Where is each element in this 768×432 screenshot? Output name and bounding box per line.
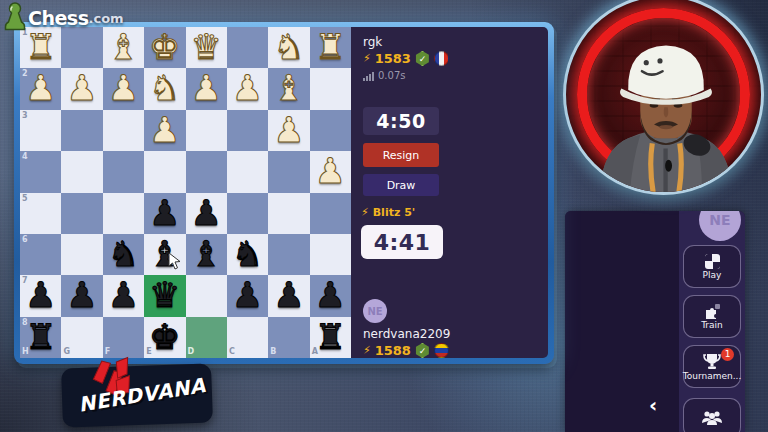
black-pawn: ♟	[268, 275, 309, 316]
black-bishop: ♝	[144, 234, 185, 275]
player-rating: 1588	[375, 343, 411, 358]
opponent-rating-row: ⚡ 1583 ✓	[363, 51, 449, 66]
square-f5[interactable]	[103, 193, 144, 234]
square-d4[interactable]	[186, 151, 227, 192]
square-d6[interactable]: ♝	[186, 234, 227, 275]
chesscom-logo: Chess.com	[2, 1, 124, 31]
white-bishop: ♝	[268, 68, 309, 109]
game-window: 1♜♝♚♛♞♜2♟♟♟♞♟♟♝3♟♟4♟5♟♟6♞♝♝♞7♟♟♟♛♟♟♟8H♜G…	[14, 22, 554, 364]
nerdvana-logo: NERDVANA	[61, 363, 213, 427]
square-b3[interactable]: ♟	[268, 110, 309, 151]
play-label: Play	[703, 271, 722, 280]
square-b4[interactable]	[268, 151, 309, 192]
game-side-panel: rgk ⚡ 1583 ✓ 0.07s 4:50 Resign Draw ⚡ Bl…	[351, 27, 548, 358]
player-rating-row: ⚡ 1588 ✓	[363, 343, 449, 358]
square-c1[interactable]	[227, 27, 268, 68]
france-flag-icon	[434, 51, 449, 66]
square-b5[interactable]	[268, 193, 309, 234]
rank-label: 4	[22, 153, 28, 161]
square-a6[interactable]	[310, 234, 351, 275]
square-e7[interactable]: ♛	[144, 275, 185, 316]
tournaments-button[interactable]: Tournamen... 1	[683, 345, 741, 388]
file-label: B	[270, 348, 276, 356]
rank-label: 6	[22, 236, 28, 244]
square-e6[interactable]: ♝	[144, 234, 185, 275]
square-h1[interactable]: 1♜	[20, 27, 61, 68]
file-label: E	[146, 348, 151, 356]
black-pawn: ♟	[227, 275, 268, 316]
square-e2[interactable]: ♞	[144, 68, 185, 109]
mobile-screen	[565, 211, 679, 432]
webcam	[563, 0, 764, 195]
white-king: ♚	[144, 27, 185, 68]
square-e5[interactable]: ♟	[144, 193, 185, 234]
square-a1[interactable]: ♜	[310, 27, 351, 68]
white-pawn: ♟	[268, 110, 309, 151]
train-button[interactable]: Train	[683, 295, 741, 338]
rank-label: 8	[22, 319, 28, 327]
white-pawn: ♟	[144, 110, 185, 151]
black-bishop: ♝	[186, 234, 227, 275]
green-pawn-icon	[2, 1, 28, 31]
square-g3[interactable]	[61, 110, 102, 151]
square-f1[interactable]: ♝	[103, 27, 144, 68]
black-pawn: ♟	[103, 275, 144, 316]
streamer-portrait	[580, 18, 752, 194]
square-b7[interactable]: ♟	[268, 275, 309, 316]
social-button[interactable]	[683, 398, 741, 432]
white-queen: ♛	[186, 27, 227, 68]
black-queen: ♛	[144, 275, 185, 316]
white-pawn: ♟	[227, 68, 268, 109]
square-e4[interactable]	[144, 151, 185, 192]
square-f3[interactable]	[103, 110, 144, 151]
square-d7[interactable]	[186, 275, 227, 316]
square-a5[interactable]	[310, 193, 351, 234]
square-a2[interactable]	[310, 68, 351, 109]
play-button[interactable]: Play	[683, 245, 741, 288]
square-f7[interactable]: ♟	[103, 275, 144, 316]
game-mode-row: ⚡ Blitz 5'	[361, 206, 415, 219]
square-d3[interactable]	[186, 110, 227, 151]
square-h2[interactable]: 2♟	[20, 68, 61, 109]
square-e8[interactable]: E♚	[144, 317, 185, 358]
opponent-rating: 1583	[375, 51, 411, 66]
square-c5[interactable]	[227, 193, 268, 234]
square-h3[interactable]: 3	[20, 110, 61, 151]
rank-label: 2	[22, 70, 28, 78]
square-h7[interactable]: 7♟	[20, 275, 61, 316]
square-b2[interactable]: ♝	[268, 68, 309, 109]
square-h5[interactable]: 5	[20, 193, 61, 234]
white-knight: ♞	[144, 68, 185, 109]
square-g8[interactable]: G	[61, 317, 102, 358]
white-pawn: ♟	[103, 68, 144, 109]
chesscom-logo-suffix: .com	[88, 7, 123, 31]
square-d8[interactable]: D	[186, 317, 227, 358]
white-pawn: ♟	[61, 68, 102, 109]
board-icon	[705, 254, 720, 269]
white-rook: ♜	[310, 27, 351, 68]
square-d1[interactable]: ♛	[186, 27, 227, 68]
square-g7[interactable]: ♟	[61, 275, 102, 316]
player-clock: 4:41	[361, 225, 443, 259]
square-a4[interactable]: ♟	[310, 151, 351, 192]
chesscom-logo-text: Chess	[28, 5, 88, 31]
rank-label: 5	[22, 195, 28, 203]
mobile-app-panel: NE Play Train Tournamen... 1 ‹	[565, 211, 745, 432]
square-c3[interactable]	[227, 110, 268, 151]
signal-bars-icon	[363, 72, 374, 81]
file-label: A	[312, 348, 318, 356]
square-h4[interactable]: 4	[20, 151, 61, 192]
venezuela-flag-icon	[434, 343, 449, 358]
square-a8[interactable]: A♜	[310, 317, 351, 358]
black-knight: ♞	[103, 234, 144, 275]
board-area: 1♜♝♚♛♞♜2♟♟♟♞♟♟♝3♟♟4♟5♟♟6♞♝♝♞7♟♟♟♛♟♟♟8H♜G…	[20, 27, 351, 358]
player-avatar: NE	[363, 299, 387, 323]
square-a7[interactable]: ♟	[310, 275, 351, 316]
square-f2[interactable]: ♟	[103, 68, 144, 109]
blitz-icon: ⚡	[363, 344, 371, 357]
draw-button[interactable]: Draw	[363, 174, 439, 196]
file-label: D	[188, 348, 195, 356]
verified-badge-icon: ✓	[415, 343, 430, 358]
square-d5[interactable]: ♟	[186, 193, 227, 234]
black-pawn: ♟	[186, 193, 227, 234]
opponent-latency-row: 0.07s	[363, 71, 405, 81]
blitz-icon: ⚡	[361, 206, 369, 219]
square-d2[interactable]: ♟	[186, 68, 227, 109]
opponent-clock: 4:50	[363, 107, 439, 135]
file-label: G	[63, 348, 70, 356]
opponent-name: rgk	[363, 35, 382, 49]
tournaments-label: Tournamen...	[683, 372, 742, 381]
square-h8[interactable]: 8H♜	[20, 317, 61, 358]
square-b6[interactable]	[268, 234, 309, 275]
rank-label: 7	[22, 277, 28, 285]
opponent-latency: 0.07s	[378, 71, 405, 81]
rank-label: 3	[22, 112, 28, 120]
notification-badge: 1	[721, 348, 734, 361]
square-f6[interactable]: ♞	[103, 234, 144, 275]
chess-board: 1♜♝♚♛♞♜2♟♟♟♞♟♟♝3♟♟4♟5♟♟6♞♝♝♞7♟♟♟♛♟♟♟8H♜G…	[20, 27, 351, 358]
white-bishop: ♝	[103, 27, 144, 68]
square-c8[interactable]: C	[227, 317, 268, 358]
black-pawn: ♟	[144, 193, 185, 234]
collapse-chevron[interactable]: ‹	[649, 395, 657, 415]
trophy-icon	[703, 353, 721, 370]
puzzle-icon	[704, 303, 721, 319]
square-g1[interactable]	[61, 27, 102, 68]
blitz-icon: ⚡	[363, 52, 371, 65]
file-label: C	[229, 348, 235, 356]
black-pawn: ♟	[61, 275, 102, 316]
resign-button[interactable]: Resign	[363, 143, 439, 167]
square-e3[interactable]: ♟	[144, 110, 185, 151]
people-icon	[701, 410, 723, 426]
black-knight: ♞	[227, 234, 268, 275]
game-mode-label: Blitz 5'	[373, 206, 415, 219]
white-pawn: ♟	[310, 151, 351, 192]
square-g6[interactable]	[61, 234, 102, 275]
square-c6[interactable]: ♞	[227, 234, 268, 275]
square-b8[interactable]: B	[268, 317, 309, 358]
player-name: nerdvana2209	[363, 327, 450, 341]
square-g4[interactable]	[61, 151, 102, 192]
square-f4[interactable]	[103, 151, 144, 192]
square-c4[interactable]	[227, 151, 268, 192]
white-pawn: ♟	[186, 68, 227, 109]
train-label: Train	[701, 321, 723, 330]
square-h6[interactable]: 6	[20, 234, 61, 275]
black-pawn: ♟	[310, 275, 351, 316]
square-g5[interactable]	[61, 193, 102, 234]
square-c7[interactable]: ♟	[227, 275, 268, 316]
file-label: H	[22, 348, 29, 356]
square-c2[interactable]: ♟	[227, 68, 268, 109]
verified-badge-icon: ✓	[415, 51, 430, 66]
square-g2[interactable]: ♟	[61, 68, 102, 109]
square-a3[interactable]	[310, 110, 351, 151]
square-e1[interactable]: ♚	[144, 27, 185, 68]
square-b1[interactable]: ♞	[268, 27, 309, 68]
white-knight: ♞	[268, 27, 309, 68]
